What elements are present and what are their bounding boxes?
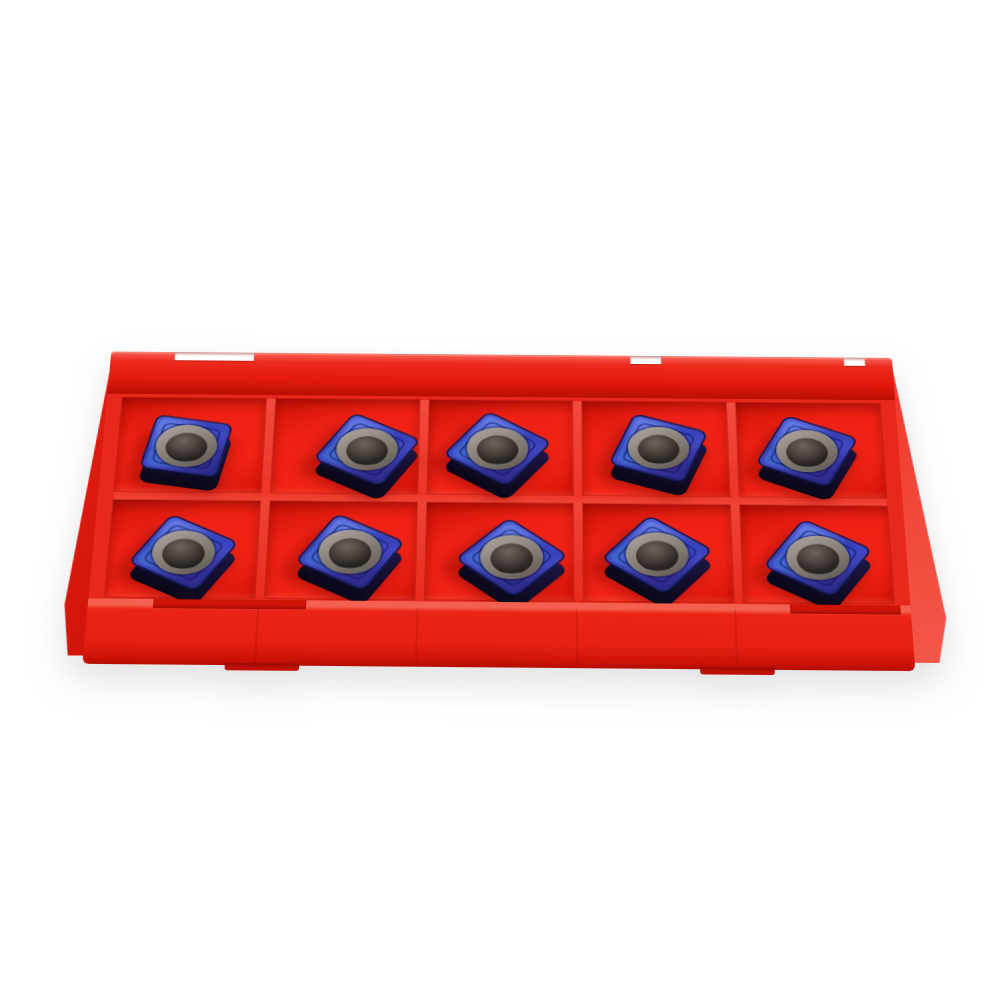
- tray-floor: [88, 394, 910, 606]
- compartment-grid: [105, 398, 894, 604]
- front-seam: [254, 606, 259, 661]
- hinge-notch: [175, 352, 255, 361]
- compartment: [583, 401, 730, 496]
- front-seam: [415, 607, 418, 662]
- compartment: [427, 400, 573, 494]
- insert-box-tray: [82, 352, 915, 672]
- hinge-notch: [630, 356, 661, 364]
- insert-hole: [490, 543, 533, 573]
- front-ledge-notch: [790, 605, 901, 615]
- compartment: [736, 403, 886, 498]
- compartment: [740, 505, 894, 604]
- tray-foot: [224, 663, 299, 671]
- compartment: [105, 499, 260, 598]
- compartment: [271, 399, 420, 493]
- tray-foot: [700, 667, 775, 675]
- front-ledge-notch: [153, 599, 307, 609]
- compartment: [114, 398, 266, 492]
- tray-front-wall: [82, 598, 915, 671]
- hinge-notch: [843, 358, 865, 366]
- tray-back-wall: [107, 352, 895, 401]
- compartment: [424, 502, 574, 601]
- product-photo: [0, 0, 1000, 1000]
- compartment: [265, 501, 417, 600]
- front-seam: [576, 609, 578, 664]
- compartment: [583, 503, 734, 602]
- insert-hole: [635, 540, 678, 570]
- front-seam: [734, 610, 738, 665]
